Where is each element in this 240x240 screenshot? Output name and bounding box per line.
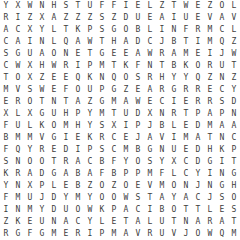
grid-cell-r10c18[interactable]: A — [204, 108, 216, 120]
grid-cell-r20c3[interactable]: F — [24, 228, 36, 240]
grid-cell-r17c3[interactable]: U — [24, 192, 36, 204]
grid-cell-r7c14[interactable]: H — [156, 72, 168, 84]
grid-cell-r2c1[interactable]: R — [0, 12, 12, 24]
grid-cell-r15c4[interactable]: D — [36, 168, 48, 180]
grid-cell-r15c13[interactable]: M — [144, 168, 156, 180]
grid-cell-r13c3[interactable]: Y — [24, 144, 36, 156]
grid-cell-r4c8[interactable]: W — [84, 36, 96, 48]
grid-cell-r10c16[interactable]: T — [180, 108, 192, 120]
grid-cell-r16c15[interactable]: O — [168, 180, 180, 192]
grid-cell-r13c18[interactable]: H — [204, 144, 216, 156]
grid-cell-r4c1[interactable]: C — [0, 36, 12, 48]
grid-cell-r13c9[interactable]: S — [96, 144, 108, 156]
grid-cell-r2c9[interactable]: S — [96, 12, 108, 24]
grid-cell-r15c17[interactable]: Y — [192, 168, 204, 180]
grid-cell-r14c20[interactable]: T — [228, 156, 240, 168]
grid-cell-r3c7[interactable]: K — [72, 24, 84, 36]
grid-cell-r14c14[interactable]: Y — [156, 156, 168, 168]
grid-cell-r13c5[interactable]: E — [48, 144, 60, 156]
grid-cell-r8c13[interactable]: A — [144, 84, 156, 96]
grid-cell-r18c13[interactable]: I — [144, 204, 156, 216]
grid-cell-r8c10[interactable]: G — [108, 84, 120, 96]
grid-cell-r20c12[interactable]: V — [132, 228, 144, 240]
grid-cell-r1c6[interactable]: S — [60, 0, 72, 12]
grid-cell-r15c18[interactable]: I — [204, 168, 216, 180]
grid-cell-r2c20[interactable]: V — [228, 12, 240, 24]
grid-cell-r16c17[interactable]: J — [192, 180, 204, 192]
grid-cell-r19c8[interactable]: Y — [84, 216, 96, 228]
grid-cell-r11c1[interactable]: F — [0, 120, 12, 132]
grid-cell-r1c12[interactable]: E — [132, 0, 144, 12]
grid-cell-r16c3[interactable]: X — [24, 180, 36, 192]
grid-cell-r1c13[interactable]: L — [144, 0, 156, 12]
grid-cell-r8c14[interactable]: R — [156, 84, 168, 96]
grid-cell-r9c11[interactable]: A — [120, 96, 132, 108]
grid-cell-r13c20[interactable]: P — [228, 144, 240, 156]
grid-cell-r12c20[interactable]: C — [228, 132, 240, 144]
grid-cell-r2c4[interactable]: X — [36, 12, 48, 24]
grid-cell-r11c9[interactable]: S — [96, 120, 108, 132]
grid-cell-r9c9[interactable]: G — [96, 96, 108, 108]
grid-cell-r2c10[interactable]: Z — [108, 12, 120, 24]
grid-cell-r16c6[interactable]: E — [60, 180, 72, 192]
grid-cell-r8c19[interactable]: C — [216, 84, 228, 96]
grid-cell-r12c3[interactable]: M — [24, 132, 36, 144]
grid-cell-r14c10[interactable]: F — [108, 156, 120, 168]
grid-cell-r18c1[interactable]: I — [0, 204, 12, 216]
grid-cell-r16c16[interactable]: N — [180, 180, 192, 192]
grid-cell-r19c4[interactable]: U — [36, 216, 48, 228]
grid-cell-r16c9[interactable]: O — [96, 180, 108, 192]
grid-cell-r8c8[interactable]: U — [84, 84, 96, 96]
grid-cell-r20c11[interactable]: A — [120, 228, 132, 240]
grid-cell-r6c3[interactable]: X — [24, 60, 36, 72]
grid-cell-r7c1[interactable]: T — [0, 72, 12, 84]
grid-cell-r1c17[interactable]: E — [192, 0, 204, 12]
grid-cell-r14c1[interactable]: S — [0, 156, 12, 168]
grid-cell-r14c2[interactable]: N — [12, 156, 24, 168]
grid-cell-r10c8[interactable]: Y — [84, 108, 96, 120]
grid-cell-r14c13[interactable]: S — [144, 156, 156, 168]
grid-cell-r8c1[interactable]: M — [0, 84, 12, 96]
grid-cell-r1c8[interactable]: U — [84, 0, 96, 12]
grid-cell-r12c17[interactable]: A — [192, 132, 204, 144]
grid-cell-r15c9[interactable]: F — [96, 168, 108, 180]
grid-cell-r9c10[interactable]: M — [108, 96, 120, 108]
grid-cell-r18c4[interactable]: Y — [36, 204, 48, 216]
grid-cell-r3c13[interactable]: L — [144, 24, 156, 36]
grid-cell-r19c2[interactable]: K — [12, 216, 24, 228]
grid-cell-r20c13[interactable]: R — [144, 228, 156, 240]
grid-cell-r10c17[interactable]: P — [192, 108, 204, 120]
grid-cell-r2c8[interactable]: Z — [84, 12, 96, 24]
grid-cell-r7c13[interactable]: R — [144, 72, 156, 84]
grid-cell-r8c12[interactable]: E — [132, 84, 144, 96]
grid-cell-r19c10[interactable]: E — [108, 216, 120, 228]
grid-cell-r18c3[interactable]: M — [24, 204, 36, 216]
grid-cell-r19c17[interactable]: A — [192, 216, 204, 228]
grid-cell-r5c4[interactable]: A — [36, 48, 48, 60]
grid-cell-r2c2[interactable]: I — [12, 12, 24, 24]
grid-cell-r4c3[interactable]: I — [24, 36, 36, 48]
grid-cell-r14c6[interactable]: R — [60, 156, 72, 168]
grid-cell-r20c14[interactable]: U — [156, 228, 168, 240]
grid-cell-r2c3[interactable]: Z — [24, 12, 36, 24]
grid-cell-r1c20[interactable]: L — [228, 0, 240, 12]
grid-cell-r20c9[interactable]: P — [96, 228, 108, 240]
grid-cell-r4c14[interactable]: J — [156, 36, 168, 48]
grid-cell-r20c15[interactable]: V — [168, 228, 180, 240]
grid-cell-r3c9[interactable]: S — [96, 24, 108, 36]
grid-cell-r11c20[interactable]: A — [228, 120, 240, 132]
grid-cell-r12c7[interactable]: E — [72, 132, 84, 144]
grid-cell-r1c9[interactable]: F — [96, 0, 108, 12]
grid-cell-r19c5[interactable]: N — [48, 216, 60, 228]
grid-cell-r20c17[interactable]: O — [192, 228, 204, 240]
grid-cell-r13c16[interactable]: E — [180, 144, 192, 156]
grid-cell-r14c11[interactable]: Y — [120, 156, 132, 168]
grid-cell-r11c10[interactable]: X — [108, 120, 120, 132]
grid-cell-r2c5[interactable]: A — [48, 12, 60, 24]
grid-cell-r19c12[interactable]: A — [132, 216, 144, 228]
grid-cell-r7c9[interactable]: N — [96, 72, 108, 84]
grid-cell-r10c15[interactable]: R — [168, 108, 180, 120]
grid-cell-r4c12[interactable]: D — [132, 36, 144, 48]
grid-cell-r18c14[interactable]: B — [156, 204, 168, 216]
grid-cell-r18c15[interactable]: O — [168, 204, 180, 216]
grid-cell-r4c13[interactable]: C — [144, 36, 156, 48]
grid-cell-r12c14[interactable]: V — [156, 132, 168, 144]
grid-cell-r17c5[interactable]: D — [48, 192, 60, 204]
grid-cell-r8c9[interactable]: P — [96, 84, 108, 96]
grid-cell-r20c6[interactable]: E — [60, 228, 72, 240]
grid-cell-r12c13[interactable]: A — [144, 132, 156, 144]
grid-cell-r9c3[interactable]: O — [24, 96, 36, 108]
grid-cell-r13c19[interactable]: K — [216, 144, 228, 156]
grid-cell-r18c11[interactable]: A — [120, 204, 132, 216]
grid-cell-r17c7[interactable]: M — [72, 192, 84, 204]
grid-cell-r13c6[interactable]: D — [60, 144, 72, 156]
grid-cell-r1c10[interactable]: F — [108, 0, 120, 12]
grid-cell-r1c11[interactable]: I — [120, 0, 132, 12]
grid-cell-r7c12[interactable]: S — [132, 72, 144, 84]
grid-cell-r17c17[interactable]: C — [192, 192, 204, 204]
grid-cell-r18c20[interactable]: S — [228, 204, 240, 216]
grid-cell-r5c13[interactable]: W — [144, 48, 156, 60]
grid-cell-r19c16[interactable]: N — [180, 216, 192, 228]
grid-cell-r8c7[interactable]: O — [72, 84, 84, 96]
grid-cell-r14c8[interactable]: C — [84, 156, 96, 168]
grid-cell-r7c5[interactable]: E — [48, 72, 60, 84]
grid-cell-r17c19[interactable]: S — [216, 192, 228, 204]
grid-cell-r1c3[interactable]: W — [24, 0, 36, 12]
grid-cell-r11c2[interactable]: U — [12, 120, 24, 132]
grid-cell-r7c4[interactable]: Z — [36, 72, 48, 84]
grid-cell-r11c12[interactable]: P — [132, 120, 144, 132]
grid-cell-r4c4[interactable]: N — [36, 36, 48, 48]
grid-cell-r13c8[interactable]: P — [84, 144, 96, 156]
grid-cell-r9c8[interactable]: Z — [84, 96, 96, 108]
grid-cell-r17c1[interactable]: F — [0, 192, 12, 204]
grid-cell-r5c10[interactable]: E — [108, 48, 120, 60]
grid-cell-r2c18[interactable]: V — [204, 12, 216, 24]
grid-cell-r9c20[interactable]: D — [228, 96, 240, 108]
grid-cell-r19c6[interactable]: A — [60, 216, 72, 228]
grid-cell-r17c8[interactable]: Y — [84, 192, 96, 204]
grid-cell-r16c14[interactable]: M — [156, 180, 168, 192]
grid-cell-r10c3[interactable]: X — [24, 108, 36, 120]
grid-cell-r3c12[interactable]: B — [132, 24, 144, 36]
grid-cell-r4c20[interactable]: Z — [228, 36, 240, 48]
grid-cell-r2c19[interactable]: A — [216, 12, 228, 24]
grid-cell-r6c10[interactable]: T — [108, 60, 120, 72]
grid-cell-r14c19[interactable]: I — [216, 156, 228, 168]
grid-cell-r6c18[interactable]: R — [204, 60, 216, 72]
grid-cell-r8c17[interactable]: R — [192, 84, 204, 96]
grid-cell-r2c13[interactable]: E — [144, 12, 156, 24]
grid-cell-r15c8[interactable]: A — [84, 168, 96, 180]
grid-cell-r19c13[interactable]: L — [144, 216, 156, 228]
grid-cell-r20c8[interactable]: I — [84, 228, 96, 240]
grid-cell-r5c19[interactable]: J — [216, 48, 228, 60]
grid-cell-r7c2[interactable]: O — [12, 72, 24, 84]
grid-cell-r6c19[interactable]: U — [216, 60, 228, 72]
grid-cell-r18c5[interactable]: D — [48, 204, 60, 216]
grid-cell-r11c3[interactable]: L — [24, 120, 36, 132]
grid-cell-r5c15[interactable]: A — [168, 48, 180, 60]
grid-cell-r19c9[interactable]: L — [96, 216, 108, 228]
grid-cell-r18c19[interactable]: E — [216, 204, 228, 216]
grid-cell-r1c2[interactable]: X — [12, 0, 24, 12]
grid-cell-r14c3[interactable]: O — [24, 156, 36, 168]
grid-cell-r10c5[interactable]: U — [48, 108, 60, 120]
grid-cell-r15c3[interactable]: A — [24, 168, 36, 180]
grid-cell-r17c2[interactable]: M — [12, 192, 24, 204]
grid-cell-r4c17[interactable]: I — [192, 36, 204, 48]
grid-cell-r8c5[interactable]: E — [48, 84, 60, 96]
grid-cell-r5c11[interactable]: E — [120, 48, 132, 60]
grid-cell-r1c15[interactable]: T — [168, 0, 180, 12]
grid-cell-r12c2[interactable]: M — [12, 132, 24, 144]
grid-cell-r5c20[interactable]: W — [228, 48, 240, 60]
grid-cell-r5c2[interactable]: G — [12, 48, 24, 60]
grid-cell-r11c8[interactable]: Y — [84, 120, 96, 132]
grid-cell-r3c5[interactable]: L — [48, 24, 60, 36]
grid-cell-r8c2[interactable]: V — [12, 84, 24, 96]
grid-cell-r8c4[interactable]: W — [36, 84, 48, 96]
grid-cell-r10c20[interactable]: N — [228, 108, 240, 120]
grid-cell-r2c6[interactable]: Z — [60, 12, 72, 24]
grid-cell-r17c6[interactable]: Y — [60, 192, 72, 204]
grid-cell-r13c14[interactable]: N — [156, 144, 168, 156]
grid-cell-r6c7[interactable]: I — [72, 60, 84, 72]
grid-cell-r9c4[interactable]: T — [36, 96, 48, 108]
grid-cell-r12c10[interactable]: C — [108, 132, 120, 144]
grid-cell-r8c16[interactable]: R — [180, 84, 192, 96]
grid-cell-r9c14[interactable]: C — [156, 96, 168, 108]
grid-cell-r20c16[interactable]: J — [180, 228, 192, 240]
grid-cell-r12c18[interactable]: T — [204, 132, 216, 144]
grid-cell-r8c18[interactable]: E — [204, 84, 216, 96]
grid-cell-r9c15[interactable]: I — [168, 96, 180, 108]
grid-cell-r4c10[interactable]: H — [108, 36, 120, 48]
grid-cell-r1c16[interactable]: W — [180, 0, 192, 12]
grid-cell-r16c7[interactable]: B — [72, 180, 84, 192]
grid-cell-r16c11[interactable]: O — [120, 180, 132, 192]
grid-cell-r6c14[interactable]: T — [156, 60, 168, 72]
grid-cell-r13c15[interactable]: U — [168, 144, 180, 156]
grid-cell-r15c20[interactable]: G — [228, 168, 240, 180]
grid-cell-r10c10[interactable]: T — [108, 108, 120, 120]
grid-cell-r6c13[interactable]: N — [144, 60, 156, 72]
grid-cell-r20c19[interactable]: Q — [216, 228, 228, 240]
grid-cell-r5c18[interactable]: I — [204, 48, 216, 60]
grid-cell-r17c10[interactable]: O — [108, 192, 120, 204]
grid-cell-r10c19[interactable]: P — [216, 108, 228, 120]
grid-cell-r3c1[interactable]: A — [0, 24, 12, 36]
grid-cell-r12c16[interactable]: M — [180, 132, 192, 144]
grid-cell-r5c6[interactable]: N — [60, 48, 72, 60]
grid-cell-r1c4[interactable]: N — [36, 0, 48, 12]
grid-cell-r10c11[interactable]: U — [120, 108, 132, 120]
grid-cell-r9c6[interactable]: T — [60, 96, 72, 108]
grid-cell-r15c15[interactable]: L — [168, 168, 180, 180]
grid-cell-r8c3[interactable]: S — [24, 84, 36, 96]
grid-cell-r2c7[interactable]: Z — [72, 12, 84, 24]
grid-cell-r19c3[interactable]: E — [24, 216, 36, 228]
grid-cell-r14c4[interactable]: O — [36, 156, 48, 168]
grid-cell-r2c11[interactable]: D — [120, 12, 132, 24]
grid-cell-r12c1[interactable]: B — [0, 132, 12, 144]
grid-cell-r16c12[interactable]: E — [132, 180, 144, 192]
grid-cell-r20c10[interactable]: M — [108, 228, 120, 240]
grid-cell-r17c16[interactable]: A — [180, 192, 192, 204]
grid-cell-r14c9[interactable]: B — [96, 156, 108, 168]
grid-cell-r6c17[interactable]: O — [192, 60, 204, 72]
grid-cell-r19c11[interactable]: T — [120, 216, 132, 228]
grid-cell-r18c12[interactable]: C — [132, 204, 144, 216]
grid-cell-r5c12[interactable]: A — [132, 48, 144, 60]
grid-cell-r1c1[interactable]: Y — [0, 0, 12, 12]
grid-cell-r5c17[interactable]: E — [192, 48, 204, 60]
grid-cell-r6c20[interactable]: T — [228, 60, 240, 72]
grid-cell-r16c10[interactable]: Z — [108, 180, 120, 192]
grid-cell-r9c12[interactable]: W — [132, 96, 144, 108]
grid-cell-r4c11[interactable]: A — [120, 36, 132, 48]
grid-cell-r9c5[interactable]: N — [48, 96, 60, 108]
grid-cell-r19c18[interactable]: R — [204, 216, 216, 228]
grid-cell-r10c14[interactable]: N — [156, 108, 168, 120]
grid-cell-r12c12[interactable]: J — [132, 132, 144, 144]
grid-cell-r20c4[interactable]: G — [36, 228, 48, 240]
grid-cell-r14c17[interactable]: D — [192, 156, 204, 168]
grid-cell-r11c19[interactable]: A — [216, 120, 228, 132]
grid-cell-r4c5[interactable]: L — [48, 36, 60, 48]
grid-cell-r17c4[interactable]: J — [36, 192, 48, 204]
grid-cell-r11c11[interactable]: I — [120, 120, 132, 132]
grid-cell-r5c8[interactable]: T — [84, 48, 96, 60]
grid-cell-r18c6[interactable]: U — [60, 204, 72, 216]
grid-cell-r3c16[interactable]: F — [180, 24, 192, 36]
grid-cell-r20c20[interactable]: M — [228, 228, 240, 240]
grid-cell-r6c4[interactable]: H — [36, 60, 48, 72]
grid-cell-r20c1[interactable]: R — [0, 228, 12, 240]
grid-cell-r8c6[interactable]: F — [60, 84, 72, 96]
grid-cell-r9c17[interactable]: R — [192, 96, 204, 108]
grid-cell-r13c1[interactable]: F — [0, 144, 12, 156]
grid-cell-r17c13[interactable]: T — [144, 192, 156, 204]
grid-cell-r19c1[interactable]: Z — [0, 216, 12, 228]
grid-cell-r1c5[interactable]: H — [48, 0, 60, 12]
grid-cell-r12c19[interactable]: N — [216, 132, 228, 144]
grid-cell-r9c18[interactable]: R — [204, 96, 216, 108]
grid-cell-r16c5[interactable]: L — [48, 180, 60, 192]
grid-cell-r5c1[interactable]: S — [0, 48, 12, 60]
grid-cell-r18c18[interactable]: L — [204, 204, 216, 216]
grid-cell-r6c6[interactable]: R — [60, 60, 72, 72]
grid-cell-r12c5[interactable]: G — [48, 132, 60, 144]
grid-cell-r1c19[interactable]: O — [216, 0, 228, 12]
grid-cell-r19c20[interactable]: T — [228, 216, 240, 228]
grid-cell-r15c2[interactable]: R — [12, 168, 24, 180]
grid-cell-r11c18[interactable]: M — [204, 120, 216, 132]
grid-cell-r18c16[interactable]: T — [180, 204, 192, 216]
grid-cell-r9c2[interactable]: R — [12, 96, 24, 108]
grid-cell-r17c12[interactable]: S — [132, 192, 144, 204]
grid-cell-r6c8[interactable]: P — [84, 60, 96, 72]
grid-cell-r13c12[interactable]: B — [132, 144, 144, 156]
grid-cell-r16c8[interactable]: Z — [84, 180, 96, 192]
grid-cell-r10c6[interactable]: H — [60, 108, 72, 120]
grid-cell-r3c15[interactable]: N — [168, 24, 180, 36]
grid-cell-r4c7[interactable]: A — [72, 36, 84, 48]
grid-cell-r7c6[interactable]: E — [60, 72, 72, 84]
grid-cell-r15c14[interactable]: F — [156, 168, 168, 180]
grid-cell-r13c4[interactable]: R — [36, 144, 48, 156]
grid-cell-r2c17[interactable]: E — [192, 12, 204, 24]
grid-cell-r3c3[interactable]: X — [24, 24, 36, 36]
grid-cell-r3c8[interactable]: P — [84, 24, 96, 36]
grid-cell-r16c2[interactable]: N — [12, 180, 24, 192]
grid-cell-r14c16[interactable]: C — [180, 156, 192, 168]
grid-cell-r15c7[interactable]: B — [72, 168, 84, 180]
grid-cell-r14c15[interactable]: X — [168, 156, 180, 168]
grid-cell-r7c11[interactable]: O — [120, 72, 132, 84]
grid-cell-r15c5[interactable]: G — [48, 168, 60, 180]
grid-cell-r12c4[interactable]: V — [36, 132, 48, 144]
grid-cell-r4c2[interactable]: A — [12, 36, 24, 48]
grid-cell-r7c19[interactable]: N — [216, 72, 228, 84]
grid-cell-r15c11[interactable]: P — [120, 168, 132, 180]
grid-cell-r13c17[interactable]: D — [192, 144, 204, 156]
grid-cell-r10c1[interactable]: X — [0, 108, 12, 120]
grid-cell-r9c19[interactable]: S — [216, 96, 228, 108]
grid-cell-r19c7[interactable]: C — [72, 216, 84, 228]
grid-cell-r8c20[interactable]: Y — [228, 84, 240, 96]
grid-cell-r6c16[interactable]: K — [180, 60, 192, 72]
grid-cell-r1c18[interactable]: Z — [204, 0, 216, 12]
grid-cell-r13c13[interactable]: G — [144, 144, 156, 156]
grid-cell-r15c10[interactable]: B — [108, 168, 120, 180]
grid-cell-r11c16[interactable]: E — [180, 120, 192, 132]
grid-cell-r3c10[interactable]: G — [108, 24, 120, 36]
grid-cell-r14c18[interactable]: G — [204, 156, 216, 168]
grid-cell-r15c16[interactable]: C — [180, 168, 192, 180]
grid-cell-r11c14[interactable]: B — [156, 120, 168, 132]
grid-cell-r7c17[interactable]: Q — [192, 72, 204, 84]
grid-cell-r3c2[interactable]: C — [12, 24, 24, 36]
grid-cell-r15c12[interactable]: P — [132, 168, 144, 180]
